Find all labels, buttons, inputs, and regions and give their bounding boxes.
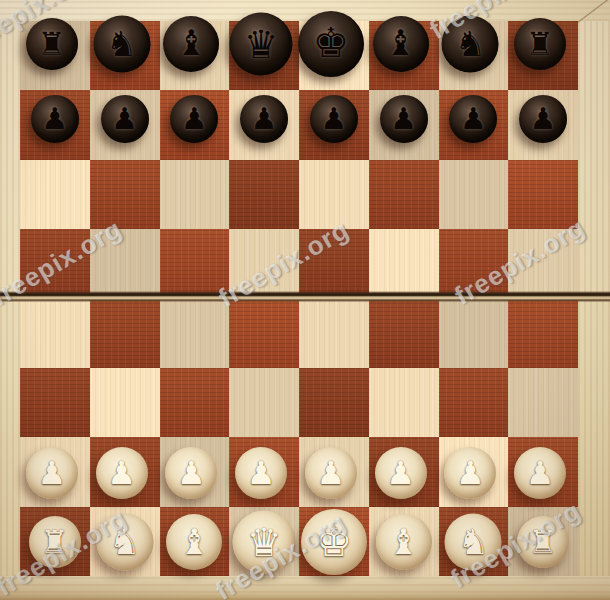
square-d5 [229,229,299,298]
piece-white-rook-h1: ♜ [517,516,569,568]
piece-glyph: ♟ [456,457,485,489]
piece-black-king-e8: ♚ [298,11,364,77]
piece-glyph: ♟ [38,457,67,489]
piece-glyph: ♜ [41,526,70,558]
piece-black-pawn-h7: ♟ [519,95,567,143]
piece-black-pawn-f7: ♟ [380,95,428,143]
square-b6 [90,160,160,229]
piece-white-knight-b1: ♞ [96,514,153,571]
square-e4 [299,299,369,368]
piece-glyph: ♟ [41,104,68,134]
piece-white-pawn-c2: ♟ [165,447,217,499]
square-c3 [160,368,230,437]
board-fold-seam [0,291,610,303]
piece-glyph: ♟ [460,104,487,134]
piece-white-bishop-f1: ♝ [376,514,432,570]
piece-black-queen-d8: ♛ [230,12,293,75]
piece-glyph: ♝ [388,525,419,560]
piece-white-pawn-d2: ♟ [235,447,287,499]
square-h5 [508,229,578,298]
piece-black-pawn-c7: ♟ [170,95,218,143]
piece-glyph: ♜ [38,28,67,60]
square-b3 [90,368,160,437]
square-c6 [160,160,230,229]
piece-glyph: ♟ [177,457,206,489]
piece-glyph: ♜ [526,28,555,60]
square-c4 [160,299,230,368]
square-f5 [369,229,439,298]
piece-glyph: ♟ [251,104,278,134]
square-c5 [160,229,230,298]
square-a5 [20,229,90,298]
piece-glyph: ♝ [179,525,210,560]
piece-white-queen-d1: ♛ [233,511,296,574]
piece-black-pawn-g7: ♟ [449,95,497,143]
piece-glyph: ♟ [247,457,276,489]
board-frame-bottom [0,576,610,600]
piece-glyph: ♜ [529,526,558,558]
piece-black-knight-g8: ♞ [442,15,499,72]
square-h3 [508,368,578,437]
piece-glyph: ♚ [315,522,352,563]
square-f4 [369,299,439,368]
piece-glyph: ♞ [109,525,140,560]
piece-glyph: ♛ [244,24,279,63]
chess-photo: ♜♞♝♛♚♝♞♜♟♟♟♟♟♟♟♟♟♟♟♟♟♟♟♟♜♞♝♛♚♝♞♜ freepix… [0,0,610,600]
piece-white-pawn-f2: ♟ [375,447,427,499]
piece-glyph: ♟ [181,104,208,134]
square-a3 [20,368,90,437]
piece-black-pawn-e7: ♟ [310,95,358,143]
piece-glyph: ♟ [530,104,557,134]
square-e6 [299,160,369,229]
piece-glyph: ♟ [320,104,347,134]
piece-white-pawn-a2: ♟ [26,447,78,499]
piece-glyph: ♚ [312,23,349,64]
piece-glyph: ♟ [390,104,417,134]
piece-glyph: ♟ [386,457,415,489]
piece-black-bishop-c8: ♝ [163,16,219,72]
square-a6 [20,160,90,229]
square-g4 [439,299,509,368]
piece-glyph: ♞ [106,26,137,61]
square-g3 [439,368,509,437]
piece-black-rook-a8: ♜ [26,18,78,70]
square-b4 [90,299,160,368]
square-h4 [508,299,578,368]
piece-white-bishop-c1: ♝ [166,514,222,570]
piece-white-pawn-g2: ♟ [444,447,496,499]
piece-black-knight-b8: ♞ [93,15,150,72]
piece-glyph: ♟ [317,457,346,489]
piece-black-pawn-b7: ♟ [101,95,149,143]
piece-white-king-e1: ♚ [301,509,367,575]
piece-white-pawn-h2: ♟ [514,447,566,499]
square-d3 [229,368,299,437]
square-d4 [229,299,299,368]
piece-glyph: ♞ [455,26,486,61]
square-f6 [369,160,439,229]
piece-white-pawn-e2: ♟ [305,447,357,499]
piece-glyph: ♞ [458,525,489,560]
piece-glyph: ♛ [247,523,282,562]
square-b5 [90,229,160,298]
board-frame-top [0,0,610,21]
piece-glyph: ♟ [526,457,555,489]
piece-glyph: ♟ [107,457,136,489]
square-g6 [439,160,509,229]
square-f3 [369,368,439,437]
piece-glyph: ♟ [111,104,138,134]
square-d6 [229,160,299,229]
piece-white-knight-g1: ♞ [445,514,502,571]
piece-black-rook-h8: ♜ [514,18,566,70]
square-e5 [299,229,369,298]
square-a4 [20,299,90,368]
piece-white-pawn-b2: ♟ [96,447,148,499]
piece-glyph: ♝ [176,26,207,61]
square-e3 [299,368,369,437]
piece-black-pawn-d7: ♟ [240,95,288,143]
square-h6 [508,160,578,229]
square-g5 [439,229,509,298]
piece-glyph: ♝ [385,26,416,61]
piece-black-bishop-f8: ♝ [373,16,429,72]
piece-white-rook-a1: ♜ [29,516,81,568]
piece-black-pawn-a7: ♟ [31,95,79,143]
